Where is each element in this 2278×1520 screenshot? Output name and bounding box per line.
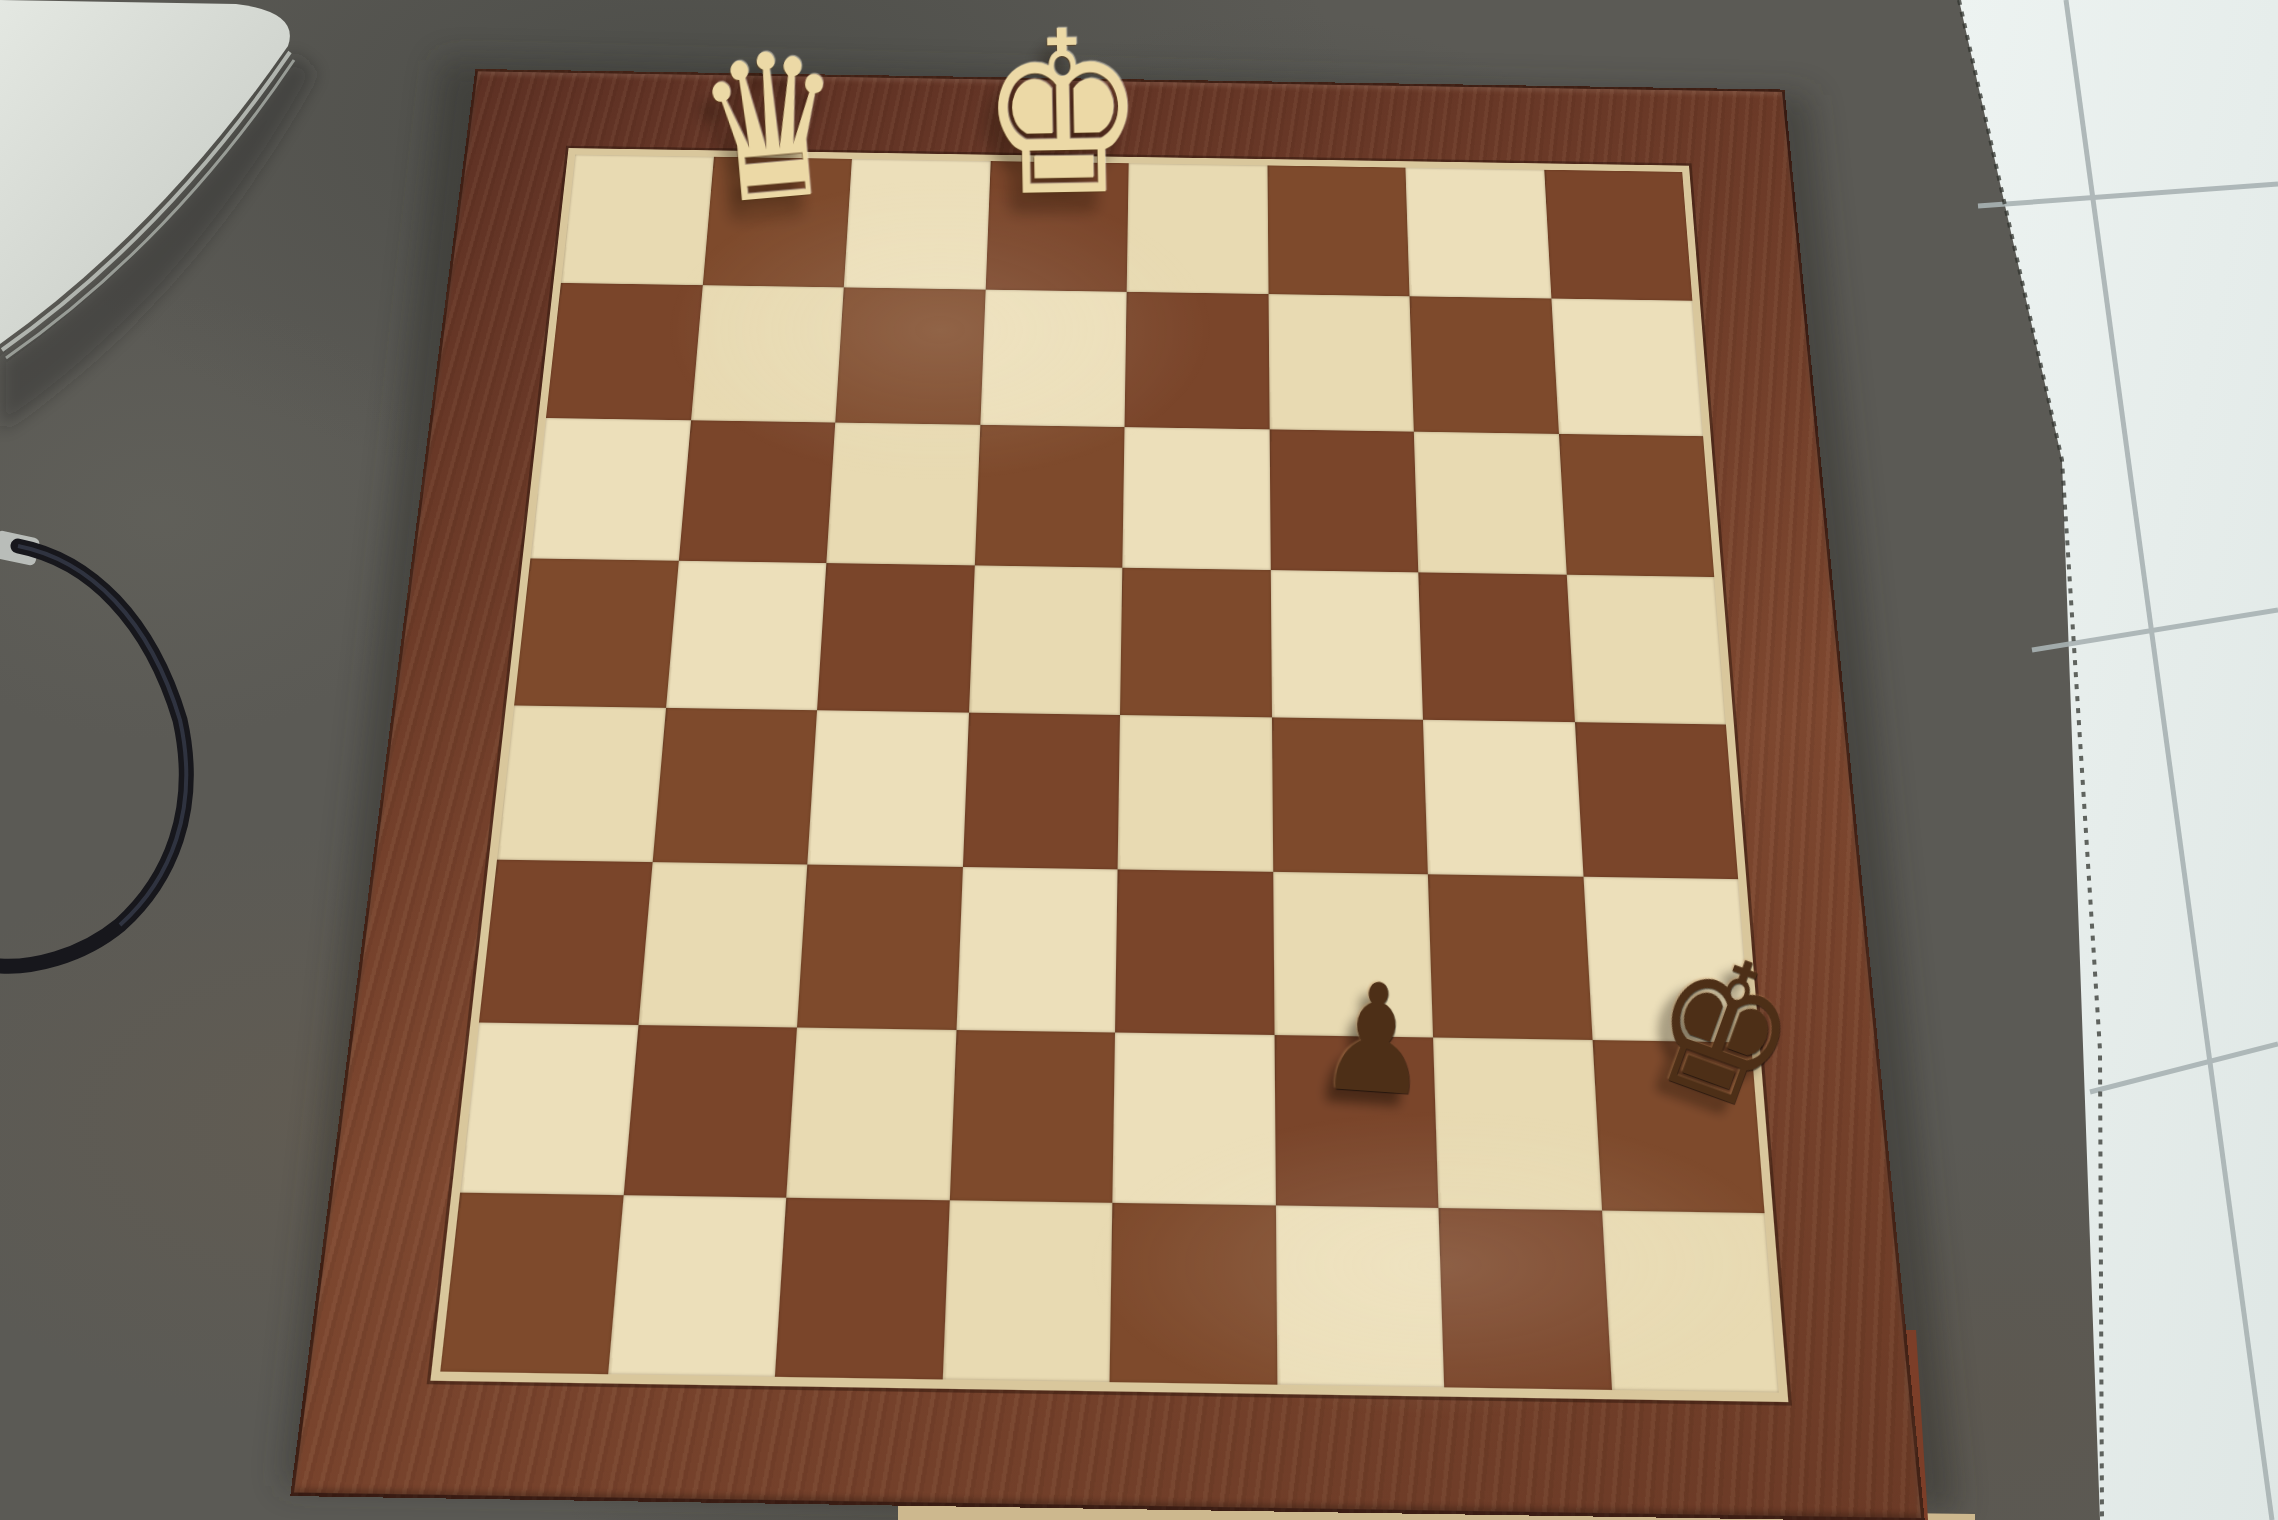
- square-c6[interactable]: [826, 422, 980, 565]
- square-f1[interactable]: [1275, 1205, 1444, 1387]
- square-h6[interactable]: [1558, 433, 1714, 576]
- square-d6[interactable]: [974, 424, 1124, 567]
- square-b5[interactable]: [666, 561, 827, 711]
- square-a2[interactable]: [460, 1022, 638, 1195]
- square-h8[interactable]: [1544, 170, 1693, 301]
- square-a6[interactable]: [530, 418, 690, 561]
- square-c3[interactable]: [797, 865, 962, 1030]
- square-e3[interactable]: [1115, 870, 1274, 1035]
- square-e6[interactable]: [1122, 427, 1270, 570]
- square-b3[interactable]: [638, 862, 807, 1027]
- square-f6[interactable]: [1269, 429, 1418, 572]
- square-g8[interactable]: [1405, 168, 1551, 299]
- square-d7[interactable]: [980, 290, 1127, 427]
- square-c5[interactable]: [817, 563, 974, 713]
- laptop: [0, 0, 316, 430]
- square-c1[interactable]: [775, 1197, 949, 1379]
- square-d2[interactable]: [949, 1029, 1115, 1202]
- square-g5[interactable]: [1418, 572, 1574, 722]
- square-d3[interactable]: [956, 867, 1118, 1032]
- piece-black-pawn-f2[interactable]: ♟: [1315, 960, 1435, 1117]
- square-c7[interactable]: [835, 288, 985, 425]
- square-g7[interactable]: [1410, 296, 1559, 433]
- square-a3[interactable]: [479, 860, 652, 1025]
- cable-wire: [0, 546, 186, 966]
- square-f7[interactable]: [1268, 294, 1414, 431]
- chess-board-frame: [290, 69, 1925, 1520]
- square-e5[interactable]: [1120, 568, 1271, 718]
- square-a7[interactable]: [546, 283, 702, 420]
- square-f5[interactable]: [1270, 570, 1423, 720]
- square-b6[interactable]: [678, 420, 835, 563]
- photo-stage: ♛♚♟♚: [0, 0, 2278, 1520]
- square-b7[interactable]: [691, 285, 844, 422]
- chess-board-grid: [440, 155, 1779, 1393]
- square-c2[interactable]: [786, 1027, 956, 1200]
- square-a1[interactable]: [440, 1192, 623, 1374]
- square-e4[interactable]: [1118, 715, 1273, 872]
- square-g2[interactable]: [1433, 1037, 1601, 1210]
- square-g6[interactable]: [1414, 431, 1566, 574]
- cable: [0, 530, 186, 967]
- piece-white-queen-b8[interactable]: ♛: [689, 22, 853, 234]
- tile-area: [1959, 0, 2278, 1520]
- square-d4[interactable]: [962, 713, 1120, 870]
- square-h4[interactable]: [1574, 722, 1738, 879]
- square-a8[interactable]: [561, 155, 714, 286]
- square-h5[interactable]: [1566, 574, 1726, 724]
- square-f4[interactable]: [1271, 717, 1427, 874]
- square-b4[interactable]: [652, 708, 817, 865]
- square-b2[interactable]: [623, 1024, 797, 1197]
- square-a5[interactable]: [514, 558, 678, 708]
- tile-floor: [1959, 0, 2278, 1520]
- square-e1[interactable]: [1110, 1203, 1277, 1385]
- square-d1[interactable]: [942, 1200, 1112, 1382]
- square-c8[interactable]: [844, 159, 991, 290]
- square-h1[interactable]: [1602, 1210, 1779, 1392]
- piece-white-king-d8[interactable]: ♚: [978, 1, 1147, 229]
- board-maple-border: [430, 148, 1788, 1402]
- square-g1[interactable]: [1438, 1208, 1611, 1390]
- square-c4[interactable]: [807, 710, 968, 867]
- square-d5[interactable]: [969, 565, 1123, 715]
- square-h7[interactable]: [1551, 299, 1703, 436]
- square-a4[interactable]: [497, 705, 666, 862]
- square-b1[interactable]: [608, 1195, 787, 1377]
- square-f8[interactable]: [1267, 165, 1409, 296]
- square-g4[interactable]: [1423, 720, 1583, 877]
- square-e7[interactable]: [1125, 292, 1270, 429]
- square-g3[interactable]: [1428, 875, 1592, 1040]
- square-e2[interactable]: [1112, 1032, 1275, 1205]
